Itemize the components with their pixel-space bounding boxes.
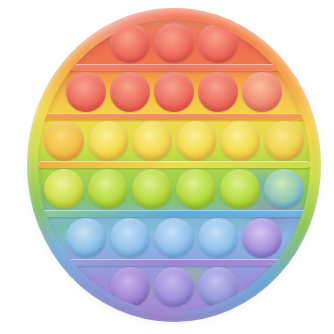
bubble-r3c6[interactable] (264, 121, 304, 161)
bubble-r2c5[interactable] (242, 72, 282, 112)
bubble-row-1-red (110, 23, 238, 63)
bubble-r3c3[interactable] (132, 121, 172, 161)
bubble-row-6-purple (110, 267, 238, 307)
bubble-r5c5[interactable] (242, 218, 282, 258)
bubble-r2c2[interactable] (110, 72, 150, 112)
row-separator-5 (38, 259, 310, 266)
bubble-row-2-red-orange (66, 72, 282, 112)
bubble-r3c5[interactable] (220, 121, 260, 161)
bubble-r5c4[interactable] (198, 218, 238, 258)
row-separator-3 (38, 161, 310, 168)
bubble-r4c4[interactable] (176, 169, 216, 209)
bubble-r1c2[interactable] (154, 23, 194, 63)
bubble-r3c1[interactable] (44, 121, 84, 161)
bubble-r3c2[interactable] (88, 121, 128, 161)
row-separator-2 (38, 113, 310, 120)
photo-background (0, 0, 334, 334)
bubble-r2c3[interactable] (154, 72, 194, 112)
bubble-r5c2[interactable] (110, 218, 150, 258)
bubble-r6c3[interactable] (198, 267, 238, 307)
bubble-r5c1[interactable] (66, 218, 106, 258)
bubble-r5c3[interactable] (154, 218, 194, 258)
bubble-r3c4[interactable] (176, 121, 216, 161)
bubble-r4c1[interactable] (44, 169, 84, 209)
bubble-r2c4[interactable] (198, 72, 238, 112)
bubble-r4c2[interactable] (88, 169, 128, 209)
bubble-r4c3[interactable] (132, 169, 172, 209)
bubble-r1c3[interactable] (198, 23, 238, 63)
bubble-r1c1[interactable] (110, 23, 150, 63)
pop-it-toy (27, 8, 321, 322)
bubble-r4c5[interactable] (220, 169, 260, 209)
bubble-r6c2[interactable] (154, 267, 194, 307)
row-separator-1 (38, 64, 310, 71)
pop-it-rows (38, 19, 310, 311)
bubble-row-3-yellow (44, 121, 304, 161)
bubble-r2c1[interactable] (66, 72, 106, 112)
bubble-row-5-blue (66, 218, 282, 258)
bubble-r4c6[interactable] (264, 169, 304, 209)
row-separator-4 (38, 210, 310, 217)
bubble-row-4-green (44, 169, 304, 209)
pop-it-tray (38, 19, 310, 311)
bubble-r6c1[interactable] (110, 267, 150, 307)
